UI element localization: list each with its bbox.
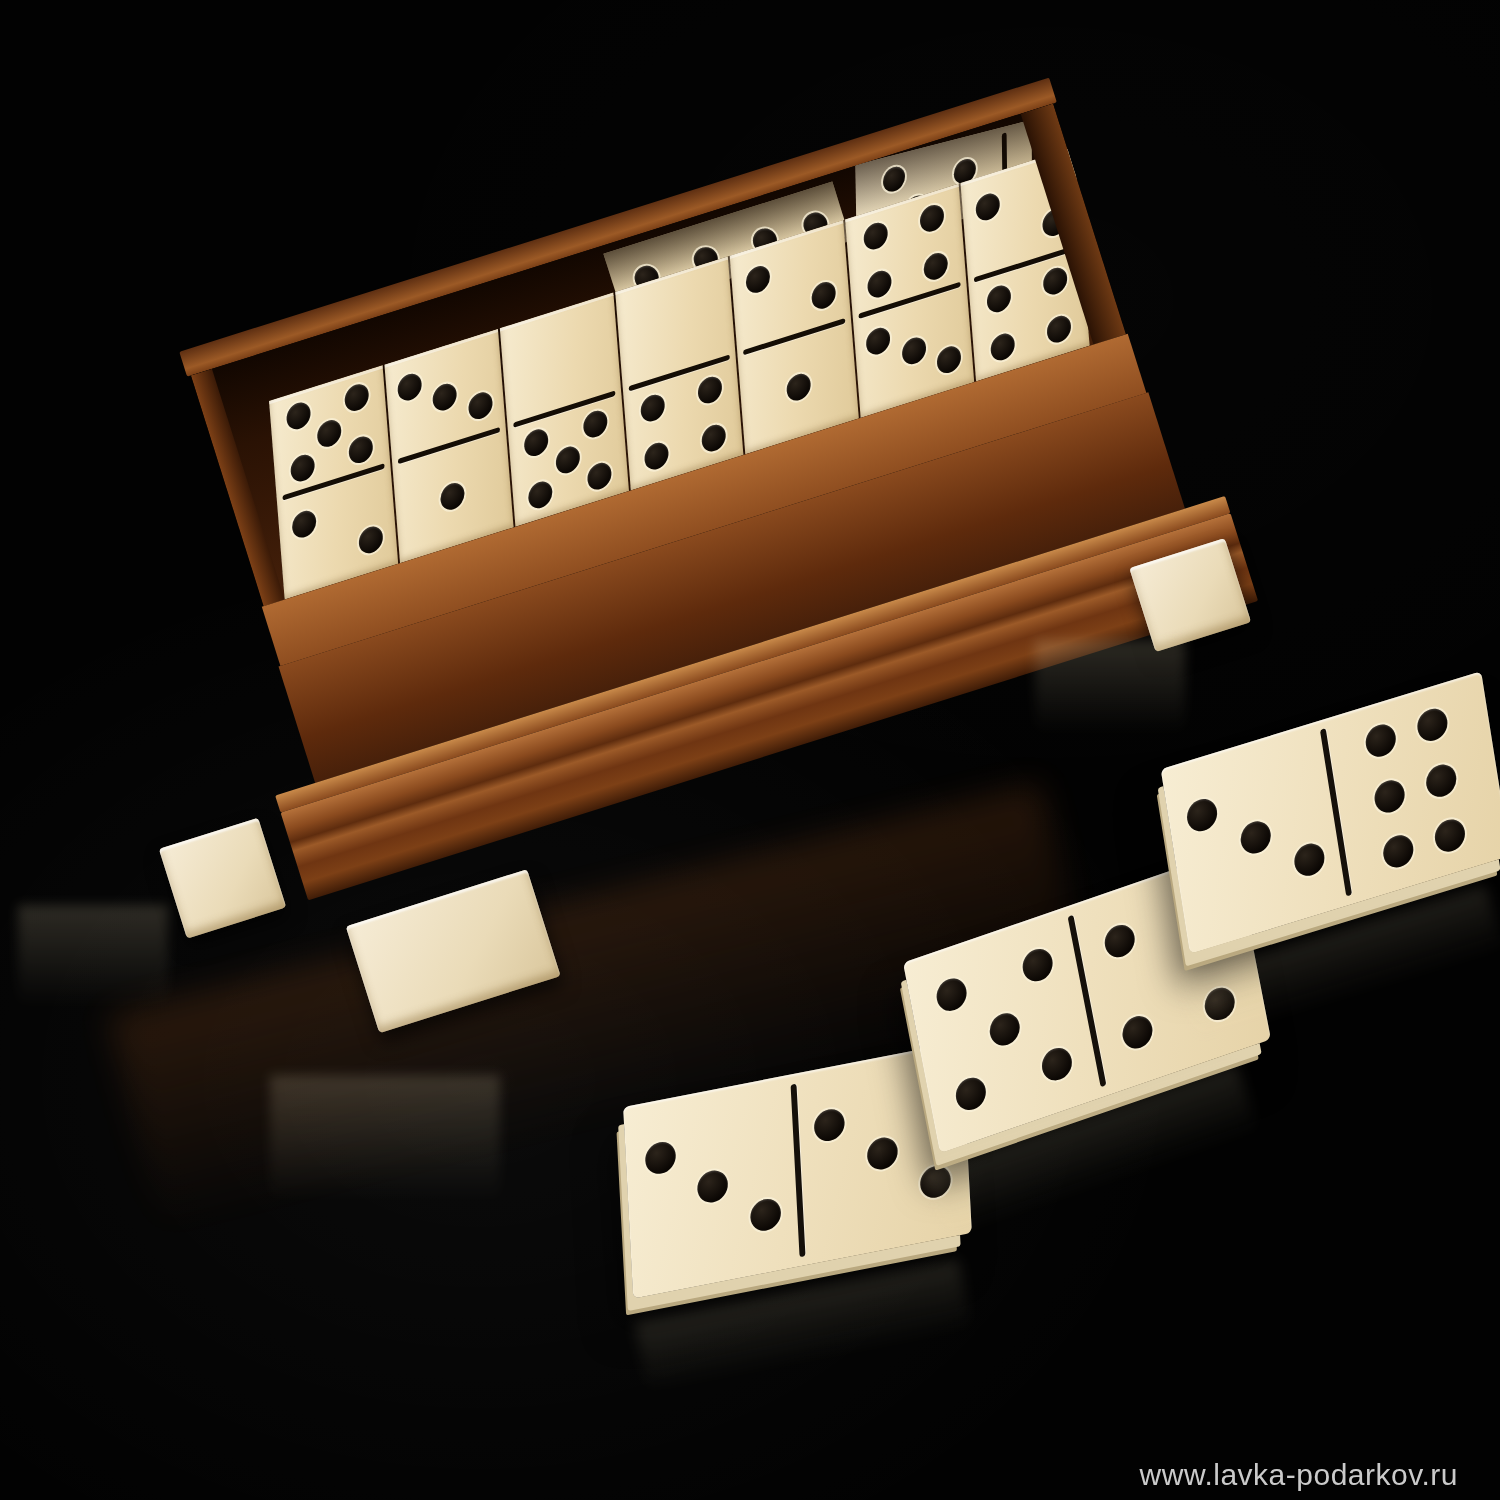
watermark: www.lavka-podarkov.ru <box>1140 1458 1458 1492</box>
pip <box>1039 1044 1074 1085</box>
pip <box>975 190 1001 223</box>
loose-domino-3-6 <box>1161 671 1500 953</box>
pip <box>1102 921 1137 962</box>
pip <box>936 343 962 376</box>
pip <box>555 443 581 476</box>
pip <box>289 451 315 484</box>
pip <box>524 426 550 459</box>
pip <box>587 459 613 492</box>
pip <box>750 1196 782 1233</box>
domino-half-left <box>623 1074 802 1299</box>
pip <box>1381 831 1416 871</box>
pip <box>396 371 422 404</box>
pip <box>644 1139 676 1176</box>
box-domino-5-2 <box>269 365 398 599</box>
pip <box>528 478 554 511</box>
pip <box>468 389 494 422</box>
pip <box>285 400 311 433</box>
pip <box>1433 816 1468 856</box>
bone-foot-left <box>159 818 286 939</box>
pip <box>865 325 891 358</box>
pip <box>1373 776 1408 816</box>
pip <box>697 374 723 407</box>
pip <box>1415 705 1450 745</box>
pip <box>934 974 969 1015</box>
pip <box>811 279 837 312</box>
pip <box>317 416 343 449</box>
pip <box>582 408 608 441</box>
box-domino-3-1 <box>384 329 513 563</box>
pip <box>990 330 1016 363</box>
pip <box>919 1163 951 1200</box>
pip <box>1046 312 1072 345</box>
pip <box>953 1073 988 1114</box>
bone-foot-front <box>346 869 561 1033</box>
box-domino-4-3 <box>845 184 974 418</box>
pip <box>1292 839 1327 879</box>
domino-half-left <box>1161 720 1350 953</box>
pip <box>1020 945 1055 986</box>
pip <box>987 1009 1022 1050</box>
scene: www.lavka-podarkov.ru <box>0 0 1500 1500</box>
pip <box>901 334 927 367</box>
domino-box <box>185 79 1214 891</box>
pip <box>813 1107 845 1144</box>
pip <box>1184 795 1219 835</box>
pip <box>697 1168 729 1205</box>
pip <box>923 249 949 282</box>
pip <box>432 380 458 413</box>
pip <box>919 202 945 235</box>
pip <box>867 267 893 300</box>
loose-domino-3-3 <box>623 1041 972 1298</box>
pip <box>745 263 771 296</box>
pip <box>1238 817 1273 857</box>
box-domino-2-1 <box>730 220 859 454</box>
pip <box>786 370 812 403</box>
pip <box>1202 984 1237 1025</box>
pip <box>701 421 727 454</box>
domino-half-right <box>1321 671 1500 904</box>
foot-reflection <box>18 905 168 1025</box>
pip <box>344 381 370 414</box>
pip <box>1043 265 1069 298</box>
pip <box>644 439 670 472</box>
pip <box>440 479 466 512</box>
pip <box>640 392 666 425</box>
pip <box>1424 760 1459 800</box>
pip <box>348 433 374 466</box>
box-domino-0-4 <box>615 256 744 490</box>
pip <box>863 220 889 253</box>
box-domino-0-5 <box>500 293 629 527</box>
pip <box>1364 721 1399 761</box>
pip <box>1120 1012 1155 1053</box>
foot-reflection <box>270 1075 500 1225</box>
pip <box>291 508 317 541</box>
pip <box>866 1135 898 1172</box>
pip <box>358 523 384 556</box>
pip <box>986 283 1012 316</box>
